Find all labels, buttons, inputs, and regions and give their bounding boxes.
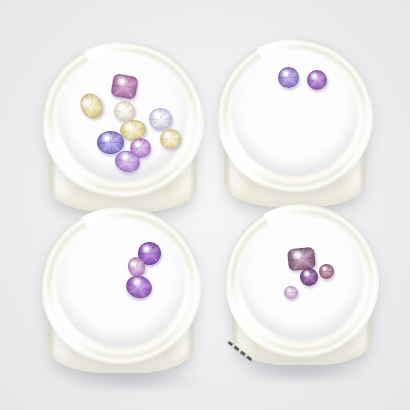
round-ice-blue-gem — [149, 108, 172, 130]
photo-scene — [0, 0, 410, 410]
round-amethyst-gem-b — [307, 70, 327, 90]
round-pale-pink-gem — [284, 286, 298, 299]
round-dusty-pink-gem — [319, 264, 334, 279]
round-violet-gem — [97, 131, 124, 154]
round-plum-gem — [300, 268, 318, 286]
round-white-gem — [114, 101, 135, 121]
round-pale-yellow-gem — [160, 129, 181, 149]
cushion-pink-gem — [110, 73, 139, 100]
round-amethyst-gem-a — [278, 67, 299, 88]
jar-bottom-left-foam — [57, 219, 185, 347]
